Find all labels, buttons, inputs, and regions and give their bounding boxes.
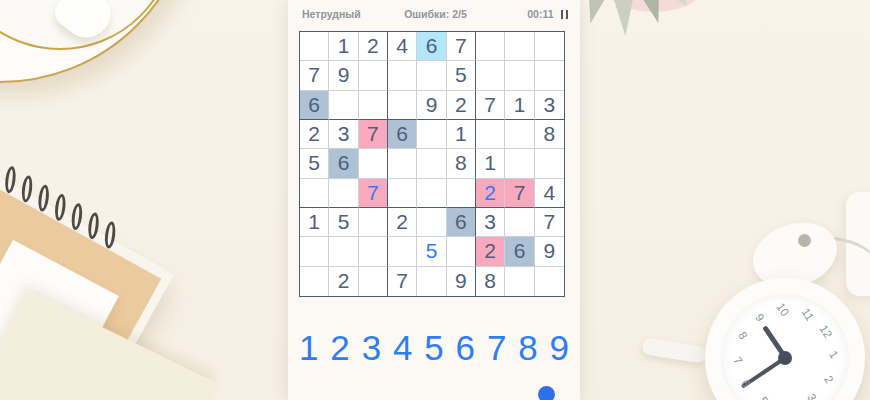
cell-r9c9[interactable] <box>535 267 564 296</box>
cell-r3c6[interactable]: 2 <box>447 91 476 120</box>
pause-icon <box>566 10 569 19</box>
cell-r8c7[interactable]: 2 <box>476 237 505 266</box>
numpad-digit-2[interactable]: 2 <box>330 330 349 365</box>
cell-r8c5[interactable]: 5 <box>417 237 446 266</box>
cell-r5c4[interactable] <box>388 149 417 178</box>
cell-r7c6[interactable]: 6 <box>447 208 476 237</box>
cell-r9c4[interactable]: 7 <box>388 267 417 296</box>
cell-r9c8[interactable] <box>505 267 534 296</box>
cell-r9c3[interactable] <box>359 267 388 296</box>
clock-number-5: 5 <box>753 390 773 400</box>
mistakes-label: Ошибки: <box>404 8 449 20</box>
numpad: 123456789 <box>299 325 569 369</box>
cell-r3c7[interactable]: 7 <box>476 91 505 120</box>
cell-r8c3[interactable] <box>359 237 388 266</box>
cell-r5c3[interactable] <box>359 149 388 178</box>
numpad-digit-7[interactable]: 7 <box>487 330 506 365</box>
cell-r5c2[interactable]: 6 <box>329 149 358 178</box>
cell-r6c7[interactable]: 2 <box>476 179 505 208</box>
cell-r6c9[interactable]: 4 <box>535 179 564 208</box>
cell-r5c9[interactable] <box>535 149 564 178</box>
cell-r3c4[interactable] <box>388 91 417 120</box>
cell-r9c5[interactable] <box>417 267 446 296</box>
cell-r7c1[interactable]: 1 <box>300 208 329 237</box>
cell-r8c4[interactable] <box>388 237 417 266</box>
clock-number-12: 12 <box>815 321 835 342</box>
clock-hub <box>778 351 792 365</box>
cell-r7c8[interactable] <box>505 208 534 237</box>
pause-button[interactable] <box>560 9 570 20</box>
cell-r7c5[interactable] <box>417 208 446 237</box>
cell-r2c9[interactable] <box>535 61 564 90</box>
clock-number-8: 8 <box>732 326 752 347</box>
cell-r8c8[interactable]: 6 <box>505 237 534 266</box>
pause-icon <box>561 10 564 19</box>
cell-r4c8[interactable] <box>505 120 534 149</box>
cell-r8c1[interactable] <box>300 237 329 266</box>
cell-r2c1[interactable]: 7 <box>300 61 329 90</box>
cell-r1c6[interactable]: 7 <box>447 32 476 61</box>
cell-r2c5[interactable] <box>417 61 446 90</box>
cell-r8c6[interactable] <box>447 237 476 266</box>
timer: 00:11 <box>527 8 553 20</box>
cell-r5c8[interactable] <box>505 149 534 178</box>
cell-r3c3[interactable] <box>359 91 388 120</box>
game-header: Нетрудный Ошибки: 2/5 00:11 <box>302 6 569 22</box>
numpad-digit-4[interactable]: 4 <box>393 330 412 365</box>
cell-r2c3[interactable] <box>359 61 388 90</box>
clock-number-1: 1 <box>823 345 843 366</box>
clock-number-3: 3 <box>801 388 821 400</box>
cell-r1c2[interactable]: 1 <box>329 32 358 61</box>
cell-r2c7[interactable] <box>476 61 505 90</box>
clock-face: 123456789101112 <box>721 294 849 400</box>
cell-r2c4[interactable] <box>388 61 417 90</box>
cell-r3c1[interactable]: 6 <box>300 91 329 120</box>
hint-button[interactable] <box>538 386 555 400</box>
mistakes-value: 2/5 <box>452 8 467 20</box>
cell-r9c1[interactable] <box>300 267 329 296</box>
cell-r2c2[interactable]: 9 <box>329 61 358 90</box>
clock-number-2: 2 <box>818 369 838 390</box>
cell-r5c5[interactable] <box>417 149 446 178</box>
plant-decoration <box>578 0 738 50</box>
numpad-digit-8[interactable]: 8 <box>518 330 537 365</box>
cell-r7c7[interactable]: 3 <box>476 208 505 237</box>
clock-number-11: 11 <box>797 305 817 326</box>
cell-r5c1[interactable]: 5 <box>300 149 329 178</box>
cell-r1c7[interactable] <box>476 32 505 61</box>
clock-number-4: 4 <box>777 395 797 400</box>
cell-r4c3[interactable]: 7 <box>359 120 388 149</box>
leaf-decoration <box>609 0 640 37</box>
cell-r1c9[interactable] <box>535 32 564 61</box>
cell-r3c8[interactable]: 1 <box>505 91 534 120</box>
cell-r1c8[interactable] <box>505 32 534 61</box>
cell-r1c3[interactable]: 2 <box>359 32 388 61</box>
cell-r3c9[interactable]: 3 <box>535 91 564 120</box>
cell-r7c2[interactable]: 5 <box>329 208 358 237</box>
difficulty-label: Нетрудный <box>302 8 361 20</box>
cell-r6c2[interactable] <box>329 179 358 208</box>
numpad-digit-3[interactable]: 3 <box>362 330 381 365</box>
desk-scene: 123456789101112 Нетрудный Ошибки: 2/5 00… <box>0 0 870 400</box>
numpad-digit-6[interactable]: 6 <box>456 330 475 365</box>
cell-r8c2[interactable] <box>329 237 358 266</box>
cell-r6c4[interactable] <box>388 179 417 208</box>
cell-r8c9[interactable]: 9 <box>535 237 564 266</box>
cell-r9c7[interactable]: 8 <box>476 267 505 296</box>
cell-r4c2[interactable]: 3 <box>329 120 358 149</box>
clock-winder-decoration <box>641 337 707 364</box>
clock-knob-decoration <box>798 234 811 247</box>
cell-r1c1[interactable] <box>300 32 329 61</box>
cell-r1c4[interactable]: 4 <box>388 32 417 61</box>
sudoku-grid: 1246779569271323761856817274152637526927… <box>299 31 565 297</box>
cell-r2c8[interactable] <box>505 61 534 90</box>
phone-screen: Нетрудный Ошибки: 2/5 00:11 124677956927… <box>288 0 580 400</box>
numpad-digit-1[interactable]: 1 <box>299 330 318 365</box>
cell-r4c9[interactable]: 8 <box>535 120 564 149</box>
cell-r9c2[interactable]: 2 <box>329 267 358 296</box>
cell-r7c9[interactable]: 7 <box>535 208 564 237</box>
cell-r3c2[interactable] <box>329 91 358 120</box>
numpad-digit-9[interactable]: 9 <box>550 330 569 365</box>
cell-r7c3[interactable] <box>359 208 388 237</box>
cell-r7c4[interactable]: 2 <box>388 208 417 237</box>
cell-r1c5[interactable]: 6 <box>417 32 446 61</box>
cell-r9c6[interactable]: 9 <box>447 267 476 296</box>
cell-r6c5[interactable] <box>417 179 446 208</box>
cell-r6c8[interactable]: 7 <box>505 179 534 208</box>
cell-r6c6[interactable] <box>447 179 476 208</box>
cell-r4c4[interactable]: 6 <box>388 120 417 149</box>
clock-number-7: 7 <box>727 350 747 371</box>
cell-r5c6[interactable]: 8 <box>447 149 476 178</box>
cell-r4c7[interactable] <box>476 120 505 149</box>
cell-r2c6[interactable]: 5 <box>447 61 476 90</box>
numpad-digit-5[interactable]: 5 <box>424 330 443 365</box>
cell-r6c3[interactable]: 7 <box>359 179 388 208</box>
cell-r4c6[interactable]: 1 <box>447 120 476 149</box>
cell-r4c5[interactable] <box>417 120 446 149</box>
cell-r3c5[interactable]: 9 <box>417 91 446 120</box>
mistakes-counter: Ошибки: 2/5 <box>404 8 467 20</box>
cell-r6c1[interactable] <box>300 179 329 208</box>
cell-r4c1[interactable]: 2 <box>300 120 329 149</box>
cell-r5c7[interactable]: 1 <box>476 149 505 178</box>
alarm-clock-decoration: 123456789101112 <box>705 278 865 400</box>
clock-number-10: 10 <box>772 300 792 321</box>
